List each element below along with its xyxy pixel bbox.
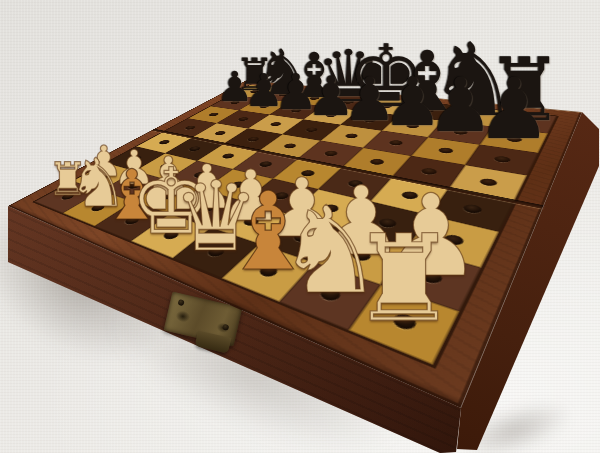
peg-hole: [258, 104, 271, 108]
peg-hole: [59, 192, 76, 200]
peg-hole: [291, 231, 313, 243]
peg-hole: [159, 191, 177, 200]
peg-hole: [187, 146, 202, 152]
peg-hole: [299, 169, 317, 177]
peg-hole: [465, 113, 481, 118]
peg-hole: [404, 123, 420, 129]
peg-hole: [461, 203, 483, 214]
board-squares: [35, 85, 557, 365]
peg-hole: [387, 139, 404, 146]
peg-hole: [390, 311, 419, 332]
clasp-screw-hole: [178, 299, 185, 306]
peg-hole: [505, 136, 523, 143]
peg-hole: [342, 100, 356, 104]
peg-hole: [248, 90, 260, 94]
clasp-screw-hole: [222, 324, 229, 331]
photo-scene: ♜♞♝♛♚♝♞♜♟♟♟♟♟♟♟♟♟♟♟♟♟♟♟♟♜♞♝♚♛♝♞♜: [0, 0, 600, 453]
peg-hole: [236, 117, 250, 122]
peg-hole: [349, 248, 373, 262]
peg-hole: [346, 179, 365, 188]
peg-hole: [126, 181, 143, 189]
peg-hole: [241, 216, 262, 227]
peg-hole: [256, 263, 280, 278]
peg-hole: [213, 130, 227, 135]
peg-hole: [277, 93, 290, 97]
peg-hole: [197, 203, 216, 213]
peg-hole: [324, 113, 338, 118]
peg-hole: [158, 162, 174, 169]
peg-hole: [420, 108, 435, 113]
peg-hole: [122, 215, 142, 225]
peg-hole: [478, 177, 498, 186]
peg-hole: [399, 190, 419, 200]
peg-hole: [128, 155, 143, 161]
peg-hole: [246, 136, 261, 142]
peg-hole: [257, 160, 274, 167]
peg-hole: [419, 167, 438, 175]
peg-hole: [229, 180, 247, 188]
peg-hole: [441, 233, 465, 247]
peg-hole: [89, 203, 107, 212]
peg-hole: [379, 104, 393, 109]
peg-hole: [492, 155, 511, 163]
peg-hole: [317, 285, 343, 302]
peg-hole: [207, 112, 220, 116]
peg-hole: [191, 171, 208, 179]
peg-hole: [272, 191, 291, 200]
peg-hole: [205, 245, 227, 258]
peg-hole: [452, 129, 469, 135]
peg-hole: [322, 150, 339, 157]
peg-hole: [268, 121, 282, 126]
peg-hole: [320, 203, 341, 213]
peg-hole: [362, 117, 377, 122]
peg-hole: [282, 143, 298, 149]
peg-hole: [418, 268, 444, 285]
peg-hole: [157, 139, 172, 145]
peg-hole: [289, 108, 303, 113]
peg-hole: [308, 96, 321, 100]
peg-hole: [343, 133, 359, 139]
peg-hole: [516, 119, 533, 125]
peg-hole: [304, 127, 319, 133]
peg-hole: [220, 152, 236, 159]
peg-hole: [161, 229, 182, 241]
peg-hole: [376, 217, 398, 229]
peg-hole: [437, 147, 455, 154]
peg-hole: [96, 172, 112, 179]
peg-hole: [368, 158, 386, 166]
peg-hole: [183, 125, 197, 130]
peg-hole: [229, 100, 242, 104]
